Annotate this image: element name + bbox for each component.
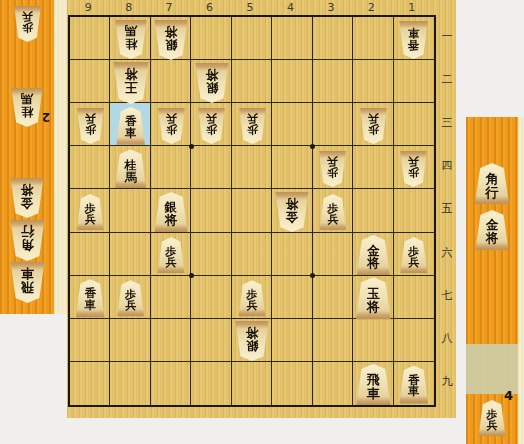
square-52[interactable] [232,60,272,103]
square-25[interactable] [353,189,393,232]
hoshi-dot [189,144,194,149]
square-13[interactable] [394,103,434,146]
piece-kanji: 歩兵 [206,113,217,135]
square-78[interactable] [151,319,191,362]
square-17[interactable] [394,276,434,319]
square-54[interactable] [232,146,272,189]
board-panel: 987654321一二三四五六七八九桂馬銀将香車王将銀将歩兵香車歩兵歩兵歩兵歩兵… [67,0,456,418]
square-37[interactable] [313,276,353,319]
square-15[interactable] [394,189,434,232]
piece-kanji: 歩兵 [327,156,338,178]
piece-kanji: 歩兵 [247,289,258,311]
square-56[interactable] [232,233,272,276]
square-65[interactable] [191,189,231,232]
square-47[interactable] [272,276,312,319]
piece-kanji: 歩兵 [408,246,419,268]
gote-bishop-piece[interactable]: 角行 [9,220,46,261]
square-41[interactable] [272,17,312,60]
square-94[interactable] [70,146,110,189]
piece-kanji: 金将 [367,245,380,271]
gote-hand-stand: 歩兵桂馬2金将角行飛車 [0,0,54,314]
square-55[interactable] [232,189,272,232]
square-74[interactable] [151,146,191,189]
piece-kanji: 香車 [408,375,420,398]
piece-kanji: 金将 [286,197,299,223]
square-99[interactable] [70,362,110,405]
sente-hand-count: 4 [504,388,513,403]
piece-kanji: 歩兵 [327,203,338,225]
piece-kanji: 王将 [124,67,137,94]
square-98[interactable] [70,319,110,362]
rank-label-6: 六 [438,231,456,274]
square-46[interactable] [272,233,312,276]
piece-kanji: 銀将 [246,326,259,352]
file-label-6: 6 [189,1,229,14]
right-pale-strip [518,117,524,444]
rank-label-2: 二 [438,58,456,101]
square-44[interactable] [272,146,312,189]
square-51[interactable] [232,17,272,60]
piece-kanji: 銀将 [165,201,178,227]
sente-gold-piece[interactable]: 金将 [474,210,510,250]
file-label-4: 4 [270,1,310,14]
file-label-5: 5 [230,1,270,14]
file-label-9: 9 [68,1,108,14]
square-32[interactable] [313,60,353,103]
rank-label-4: 四 [438,144,456,187]
square-79[interactable] [151,362,191,405]
square-61[interactable] [191,17,231,60]
piece-kanji: 歩兵 [368,113,379,135]
square-66[interactable] [191,233,231,276]
piece-kanji: 歩兵 [85,203,96,225]
piece-kanji: 歩兵 [166,246,177,268]
left-pale-strip [54,0,67,314]
piece-kanji: 歩兵 [22,11,33,33]
hoshi-dot [310,144,315,149]
square-85[interactable] [110,189,150,232]
piece-kanji: 歩兵 [247,113,258,135]
piece-kanji: 桂馬 [21,93,33,117]
square-42[interactable] [272,60,312,103]
square-91[interactable] [70,17,110,60]
piece-kanji: 角行 [486,172,499,199]
square-28[interactable] [353,319,393,362]
square-67[interactable] [191,276,231,319]
square-22[interactable] [353,60,393,103]
file-label-1: 1 [392,1,432,14]
square-86[interactable] [110,233,150,276]
square-96[interactable] [70,233,110,276]
square-33[interactable] [313,103,353,146]
gote-rook-piece[interactable]: 飛車 [9,262,46,303]
piece-kanji: 銀将 [165,25,178,51]
sente-pawn-piece[interactable]: 歩兵 [478,400,507,436]
piece-kanji: 飛車 [367,373,380,400]
hoshi-dot [189,273,194,278]
sente-bishop-piece[interactable]: 角行 [474,163,511,204]
square-49[interactable] [272,362,312,405]
piece-kanji: 香車 [84,288,96,311]
square-12[interactable] [394,60,434,103]
square-31[interactable] [313,17,353,60]
file-label-7: 7 [149,1,189,14]
square-59[interactable] [232,362,272,405]
square-92[interactable] [70,60,110,103]
square-69[interactable] [191,362,231,405]
piece-kanji: 歩兵 [85,113,96,135]
square-72[interactable] [151,60,191,103]
file-label-8: 8 [108,1,148,14]
sente-stand-highlight-area [466,344,518,394]
shogi-app: 歩兵桂馬2金将角行飛車 987654321一二三四五六七八九桂馬銀将香車王将銀将… [0,0,524,444]
square-38[interactable] [313,319,353,362]
rank-label-8: 八 [438,317,456,360]
square-24[interactable] [353,146,393,189]
file-label-2: 2 [351,1,391,14]
square-36[interactable] [313,233,353,276]
gote-pawn-piece[interactable]: 歩兵 [13,6,42,42]
piece-kanji: 銀将 [205,68,218,94]
file-label-3: 3 [311,1,351,14]
piece-kanji: 桂馬 [125,25,137,49]
rank-label-1: 一 [438,15,456,58]
square-43[interactable] [272,103,312,146]
piece-kanji: 香車 [408,26,420,49]
gote-knight-piece[interactable]: 桂馬 [10,88,44,127]
piece-kanji: 飛車 [21,267,34,294]
piece-kanji: 歩兵 [125,289,136,311]
piece-kanji: 桂馬 [125,159,137,183]
piece-kanji: 金将 [486,219,499,245]
square-18[interactable] [394,319,434,362]
square-39[interactable] [313,362,353,405]
piece-kanji: 玉将 [367,287,380,314]
gote-gold-piece[interactable]: 金将 [9,178,45,218]
square-68[interactable] [191,319,231,362]
rank-label-3: 三 [438,101,456,144]
piece-kanji: 角行 [21,225,34,252]
gote-hand-count: 2 [42,110,50,124]
square-89[interactable] [110,362,150,405]
square-77[interactable] [151,276,191,319]
rank-label-5: 五 [438,187,456,230]
piece-kanji: 香車 [125,116,137,139]
square-48[interactable] [272,319,312,362]
piece-kanji: 歩兵 [408,156,419,178]
sente-hand-stand: 角行金将歩兵4 [466,117,518,444]
square-21[interactable] [353,17,393,60]
rank-label-9: 九 [438,360,456,403]
square-88[interactable] [110,319,150,362]
rank-label-7: 七 [438,274,456,317]
square-64[interactable] [191,146,231,189]
piece-kanji: 金将 [21,183,34,209]
piece-kanji: 歩兵 [487,409,498,431]
piece-kanji: 歩兵 [166,113,177,135]
